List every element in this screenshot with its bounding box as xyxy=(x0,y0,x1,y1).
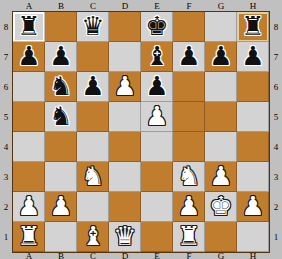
piece-black-queen-c8[interactable]: ♛ xyxy=(81,13,104,39)
square-a5[interactable] xyxy=(13,102,45,132)
piece-black-pawn-h7[interactable]: ♟ xyxy=(241,43,264,69)
square-h2[interactable]: ♟ xyxy=(237,192,269,222)
square-e4[interactable] xyxy=(141,132,173,162)
piece-black-pawn-e6[interactable]: ♟ xyxy=(145,73,168,99)
square-h8-highlighted[interactable]: ♜ xyxy=(237,12,269,42)
square-e3[interactable] xyxy=(141,162,173,192)
rank-label-right-3: 3 xyxy=(270,162,282,192)
piece-black-pawn-a7[interactable]: ♟ xyxy=(17,43,40,69)
file-label-bottom-g: G xyxy=(205,252,237,259)
square-e2[interactable] xyxy=(141,192,173,222)
square-d4[interactable] xyxy=(109,132,141,162)
square-a1[interactable]: ♜ xyxy=(13,222,45,252)
rank-label-left-5: 5 xyxy=(0,102,12,132)
piece-white-knight-f3[interactable]: ♞ xyxy=(177,163,200,189)
square-d3[interactable] xyxy=(109,162,141,192)
square-g5[interactable] xyxy=(205,102,237,132)
piece-black-bishop-e7[interactable]: ♝ xyxy=(145,43,168,69)
rank-label-left-8: 8 xyxy=(0,12,12,42)
piece-black-pawn-f7[interactable]: ♟ xyxy=(177,43,200,69)
square-e7[interactable]: ♝ xyxy=(141,42,173,72)
square-e5[interactable]: ♟ xyxy=(141,102,173,132)
square-h5[interactable] xyxy=(237,102,269,132)
square-c3[interactable]: ♞ xyxy=(77,162,109,192)
file-label-top-a: A xyxy=(13,0,45,11)
square-f1[interactable]: ♜ xyxy=(173,222,205,252)
piece-white-knight-c3[interactable]: ♞ xyxy=(81,163,104,189)
square-g6[interactable] xyxy=(205,72,237,102)
piece-black-pawn-g7[interactable]: ♟ xyxy=(209,43,232,69)
file-label-bottom-e: E xyxy=(141,252,173,259)
square-a7[interactable]: ♟ xyxy=(13,42,45,72)
piece-white-queen-d1[interactable]: ♛ xyxy=(113,223,136,249)
rank-label-left-2: 2 xyxy=(0,192,12,222)
square-a4[interactable] xyxy=(13,132,45,162)
square-g1[interactable] xyxy=(205,222,237,252)
rank-label-left-6: 6 xyxy=(0,72,12,102)
square-d5[interactable] xyxy=(109,102,141,132)
piece-black-pawn-c6[interactable]: ♟ xyxy=(81,73,104,99)
file-label-bottom-c: C xyxy=(77,252,109,259)
file-labels-bottom: ABCDEFGH xyxy=(13,252,269,259)
square-d1[interactable]: ♛ xyxy=(109,222,141,252)
rank-label-right-4: 4 xyxy=(270,132,282,162)
piece-white-pawn-h2[interactable]: ♟ xyxy=(241,193,264,219)
square-e1[interactable] xyxy=(141,222,173,252)
square-a6[interactable] xyxy=(13,72,45,102)
rank-label-left-7: 7 xyxy=(0,42,12,72)
piece-black-knight-b5[interactable]: ♞ xyxy=(49,103,72,129)
square-b2[interactable]: ♟ xyxy=(45,192,77,222)
rank-label-left-4: 4 xyxy=(0,132,12,162)
square-h3[interactable] xyxy=(237,162,269,192)
square-f4[interactable] xyxy=(173,132,205,162)
square-a2[interactable]: ♟ xyxy=(13,192,45,222)
square-f7[interactable]: ♟ xyxy=(173,42,205,72)
square-g8[interactable] xyxy=(205,12,237,42)
square-f8[interactable] xyxy=(173,12,205,42)
piece-black-king-e8[interactable]: ♚ xyxy=(145,13,168,39)
rank-label-right-2: 2 xyxy=(270,192,282,222)
file-label-top-c: C xyxy=(77,0,109,11)
square-b4[interactable] xyxy=(45,132,77,162)
rank-label-left-3: 3 xyxy=(0,162,12,192)
file-label-top-h: H xyxy=(237,0,269,11)
square-b1[interactable] xyxy=(45,222,77,252)
piece-black-knight-b6[interactable]: ♞ xyxy=(49,73,72,99)
square-c2[interactable] xyxy=(77,192,109,222)
square-c7[interactable] xyxy=(77,42,109,72)
square-f6[interactable] xyxy=(173,72,205,102)
square-e8[interactable]: ♚ xyxy=(141,12,173,42)
piece-white-pawn-f2[interactable]: ♟ xyxy=(177,193,200,219)
square-g7[interactable]: ♟ xyxy=(205,42,237,72)
file-label-top-g: G xyxy=(205,0,237,11)
square-f2[interactable]: ♟ xyxy=(173,192,205,222)
piece-white-pawn-b2[interactable]: ♟ xyxy=(49,193,72,219)
piece-white-rook-a1[interactable]: ♜ xyxy=(17,223,40,249)
file-label-top-f: F xyxy=(173,0,205,11)
square-a3[interactable] xyxy=(13,162,45,192)
square-h4[interactable] xyxy=(237,132,269,162)
square-h6[interactable] xyxy=(237,72,269,102)
square-d8[interactable] xyxy=(109,12,141,42)
file-label-bottom-f: F xyxy=(173,252,205,259)
rank-label-right-8: 8 xyxy=(270,12,282,42)
square-a8-highlighted[interactable]: ♜ xyxy=(13,12,45,42)
square-c8[interactable]: ♛ xyxy=(77,12,109,42)
square-b3[interactable] xyxy=(45,162,77,192)
rank-label-right-6: 6 xyxy=(270,72,282,102)
piece-black-pawn-b7[interactable]: ♟ xyxy=(49,43,72,69)
rank-label-left-1: 1 xyxy=(0,222,12,252)
square-b6[interactable]: ♞ xyxy=(45,72,77,102)
square-c6[interactable]: ♟ xyxy=(77,72,109,102)
rank-label-right-1: 1 xyxy=(270,222,282,252)
square-e6[interactable]: ♟ xyxy=(141,72,173,102)
square-f3[interactable]: ♞ xyxy=(173,162,205,192)
square-g2[interactable]: ♚ xyxy=(205,192,237,222)
file-label-top-b: B xyxy=(45,0,77,11)
square-g4[interactable] xyxy=(205,132,237,162)
piece-white-pawn-d6[interactable]: ♟ xyxy=(113,73,136,99)
piece-white-bishop-c1[interactable]: ♝ xyxy=(81,223,104,249)
square-b7[interactable]: ♟ xyxy=(45,42,77,72)
board-frame: ♜♛♚♜♟♟♝♟♟♟♞♟♟♟♞♟♞♞♟♟♟♟♚♟♜♝♛♜ xyxy=(12,11,270,253)
square-c4[interactable] xyxy=(77,132,109,162)
file-labels-top: ABCDEFGH xyxy=(13,0,269,11)
rank-label-right-7: 7 xyxy=(270,42,282,72)
piece-black-rook-a8[interactable]: ♜ xyxy=(17,13,40,39)
square-b5[interactable]: ♞ xyxy=(45,102,77,132)
square-d7[interactable] xyxy=(109,42,141,72)
file-label-bottom-d: D xyxy=(109,252,141,259)
file-label-bottom-h: H xyxy=(237,252,269,259)
file-label-top-d: D xyxy=(109,0,141,11)
piece-white-rook-f1[interactable]: ♜ xyxy=(177,223,200,249)
square-d2[interactable] xyxy=(109,192,141,222)
rank-labels-left: 87654321 xyxy=(0,12,12,252)
piece-white-king-g2[interactable]: ♚ xyxy=(209,193,232,219)
square-h7[interactable]: ♟ xyxy=(237,42,269,72)
piece-white-pawn-e5[interactable]: ♟ xyxy=(145,103,168,129)
piece-white-pawn-g3[interactable]: ♟ xyxy=(209,163,232,189)
piece-black-rook-h8[interactable]: ♜ xyxy=(241,13,264,39)
chess-board-widget: ABCDEFGH 87654321 87654321 ABCDEFGH ♜♛♚♜… xyxy=(0,0,282,259)
chess-board: ♜♛♚♜♟♟♝♟♟♟♞♟♟♟♞♟♞♞♟♟♟♟♚♟♜♝♛♜ xyxy=(13,12,269,252)
piece-white-pawn-a2[interactable]: ♟ xyxy=(17,193,40,219)
square-c5[interactable] xyxy=(77,102,109,132)
square-h1[interactable] xyxy=(237,222,269,252)
rank-labels-right: 87654321 xyxy=(270,12,282,252)
rank-label-right-5: 5 xyxy=(270,102,282,132)
file-label-bottom-a: A xyxy=(13,252,45,259)
square-f5[interactable] xyxy=(173,102,205,132)
file-label-top-e: E xyxy=(141,0,173,11)
square-g3[interactable]: ♟ xyxy=(205,162,237,192)
square-d6[interactable]: ♟ xyxy=(109,72,141,102)
file-label-bottom-b: B xyxy=(45,252,77,259)
square-b8[interactable] xyxy=(45,12,77,42)
square-c1[interactable]: ♝ xyxy=(77,222,109,252)
